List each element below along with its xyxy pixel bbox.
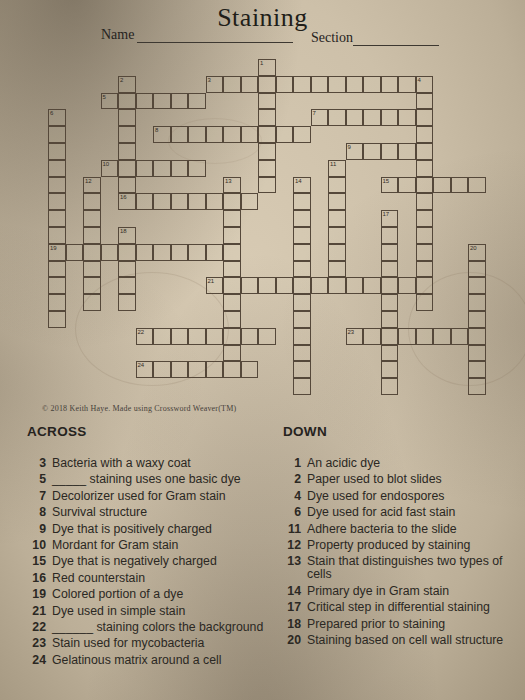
grid-cell-r1c10[interactable] [223, 76, 241, 93]
grid-cell-r6c6[interactable] [153, 160, 171, 177]
grid-cell-r13c18[interactable] [363, 277, 381, 294]
cell-number: 17 [383, 211, 390, 218]
grid-cell-r17c24[interactable] [468, 345, 486, 362]
grid-cell-r8c0[interactable] [48, 193, 66, 210]
grid-cell-r7c12[interactable] [258, 177, 276, 194]
section-label: Section [311, 30, 353, 46]
crossword-worksheet-photo: { "game": "crossword", "title": "Stainin… [0, 0, 525, 700]
grid-cell-r12c19[interactable] [381, 261, 399, 278]
grid-cell-r1c20[interactable] [398, 76, 416, 93]
down-clue-18: 18Prepared prior to staining [282, 618, 522, 631]
grid-cell-r4c13[interactable] [276, 126, 294, 143]
grid-cell-r7c24[interactable] [468, 177, 486, 194]
grid-cell-r18c19[interactable] [381, 361, 399, 378]
grid-cell-r8c5[interactable] [136, 193, 154, 210]
grid-cell-r7c14[interactable]: 14 [293, 177, 311, 194]
grid-cell-r11c2[interactable] [83, 244, 101, 261]
clue-number: 13 [282, 555, 301, 581]
grid-cell-r11c19[interactable] [381, 244, 399, 261]
grid-cell-r14c19[interactable] [381, 294, 399, 311]
grid-cell-r4c9[interactable] [206, 126, 224, 143]
clue-text: Dye used for endospores [307, 490, 522, 503]
grid-cell-r13c24[interactable] [468, 277, 486, 294]
down-clue-4: 4Dye used for endospores [282, 490, 522, 503]
grid-cell-r7c0[interactable] [48, 177, 66, 194]
grid-cell-r13c2[interactable] [83, 277, 101, 294]
grid-cell-r13c17[interactable] [346, 277, 364, 294]
grid-cell-r16c22[interactable] [433, 328, 451, 345]
grid-cell-r15c0[interactable] [48, 311, 66, 328]
clue-text: Paper used to blot slides [307, 473, 522, 486]
grid-cell-r13c11[interactable] [241, 277, 259, 294]
clue-number: 20 [282, 634, 301, 647]
grid-cell-r15c14[interactable] [293, 311, 311, 328]
grid-cell-r15c19[interactable] [381, 311, 399, 328]
grid-cell-r16c24[interactable] [468, 328, 486, 345]
clue-text: Property produced by staining [307, 539, 522, 552]
clue-text: Adhere bacteria to the slide [307, 523, 522, 536]
grid-cell-r4c21[interactable] [416, 126, 434, 143]
clue-number: 11 [282, 523, 301, 536]
grid-cell-r13c13[interactable] [276, 277, 294, 294]
grid-cell-r14c10[interactable] [223, 294, 241, 311]
across-header: ACROSS [27, 424, 87, 439]
grid-cell-r6c5[interactable] [136, 160, 154, 177]
grid-cell-r3c15[interactable]: 7 [311, 109, 329, 126]
grid-cell-r11c6[interactable] [153, 244, 171, 261]
grid-cell-r1c4[interactable]: 2 [118, 76, 136, 93]
grid-cell-r0c12[interactable]: 1 [258, 59, 276, 76]
grid-cell-r13c14[interactable] [293, 277, 311, 294]
grid-cell-r3c17[interactable] [346, 109, 364, 126]
across-clue-16: 16Red counterstain [27, 572, 281, 585]
clue-number: 21 [27, 605, 46, 618]
grid-cell-r16c6[interactable] [153, 328, 171, 345]
grid-cell-r9c10[interactable] [223, 210, 241, 227]
grid-cell-r9c16[interactable] [328, 210, 346, 227]
clue-text: Dye that is positively charged [52, 523, 281, 536]
cell-number: 23 [348, 329, 355, 336]
grid-cell-r8c14[interactable] [293, 193, 311, 210]
grid-cell-r12c4[interactable] [118, 261, 136, 278]
clue-number: 19 [27, 588, 46, 601]
down-clue-17: 17Critical step in differential staining [282, 601, 522, 614]
grid-cell-r12c0[interactable] [48, 261, 66, 278]
clue-number: 5 [27, 473, 46, 486]
across-clue-7: 7Decolorizer used for Gram stain [27, 490, 281, 503]
across-clue-19: 19Colored portion of a dye [27, 588, 281, 601]
clue-text: Staining based on cell wall structure [307, 634, 522, 647]
grid-cell-r7c21[interactable] [416, 177, 434, 194]
clue-number: 1 [282, 457, 301, 470]
grid-cell-r18c6[interactable] [153, 361, 171, 378]
grid-cell-r5c20[interactable] [398, 143, 416, 160]
grid-cell-r15c10[interactable] [223, 311, 241, 328]
copyright-line: © 2018 Keith Haye. Made using Crossword … [42, 404, 236, 413]
cell-number: 12 [85, 178, 92, 185]
grid-cell-r7c19[interactable]: 15 [381, 177, 399, 194]
grid-cell-r5c0[interactable] [48, 143, 66, 160]
grid-cell-r4c6[interactable]: 8 [153, 126, 171, 143]
grid-cell-r12c16[interactable] [328, 261, 346, 278]
name-blank-line[interactable] [137, 30, 293, 43]
grid-cell-r18c14[interactable] [293, 361, 311, 378]
crossword-grid: 123456789101112131415161718192021222324 [48, 59, 486, 395]
clue-number: 2 [282, 473, 301, 486]
grid-cell-r5c21[interactable] [416, 143, 434, 160]
grid-cell-r1c13[interactable] [276, 76, 294, 93]
grid-cell-r2c12[interactable] [258, 93, 276, 110]
across-clue-24: 24Gelatinous matrix around a cell [27, 654, 281, 667]
clue-number: 15 [27, 555, 46, 568]
cell-number: 15 [383, 178, 390, 185]
grid-cell-r16c19[interactable] [381, 328, 399, 345]
clue-text: Dye used for acid fast stain [307, 506, 522, 519]
clue-text: Decolorizer used for Gram stain [52, 490, 281, 503]
grid-cell-r8c10[interactable] [223, 193, 241, 210]
clue-number: 24 [27, 654, 46, 667]
grid-cell-r16c14[interactable] [293, 328, 311, 345]
grid-cell-r16c9[interactable] [206, 328, 224, 345]
grid-cell-r12c21[interactable] [416, 261, 434, 278]
grid-cell-r11c7[interactable] [171, 244, 189, 261]
grid-cell-r7c22[interactable] [433, 177, 451, 194]
grid-cell-r7c4[interactable] [118, 177, 136, 194]
grid-cell-r5c18[interactable] [363, 143, 381, 160]
grid-cell-r4c0[interactable] [48, 126, 66, 143]
clue-number: 9 [27, 523, 46, 536]
grid-cell-r7c20[interactable] [398, 177, 416, 194]
grid-cell-r18c7[interactable] [171, 361, 189, 378]
grid-cell-r3c18[interactable] [363, 109, 381, 126]
grid-cell-r1c17[interactable] [346, 76, 364, 93]
clue-number: 14 [282, 585, 301, 598]
grid-cell-r8c11[interactable] [241, 193, 259, 210]
grid-cell-r16c20[interactable] [398, 328, 416, 345]
across-clue-3: 3Bacteria with a waxy coat [27, 457, 281, 470]
clue-text: Red counterstain [52, 572, 281, 585]
grid-cell-r16c12[interactable] [258, 328, 276, 345]
grid-cell-r9c19[interactable]: 17 [381, 210, 399, 227]
clue-number: 22 [27, 621, 46, 634]
cell-number: 10 [103, 161, 110, 168]
grid-cell-r11c1[interactable] [66, 244, 84, 261]
cell-number: 20 [470, 245, 477, 252]
grid-cell-r10c0[interactable] [48, 227, 66, 244]
grid-cell-r6c21[interactable] [416, 160, 434, 177]
grid-cell-r2c5[interactable] [136, 93, 154, 110]
grid-cell-r4c8[interactable] [188, 126, 206, 143]
grid-cell-r8c21[interactable] [416, 193, 434, 210]
clue-number: 6 [282, 506, 301, 519]
grid-cell-r6c4[interactable] [118, 160, 136, 177]
grid-cell-r7c10[interactable]: 13 [223, 177, 241, 194]
across-clue-list: 3Bacteria with a waxy coat5_____ stainin… [27, 457, 281, 670]
down-header: DOWN [283, 424, 327, 439]
grid-cell-r14c4[interactable] [118, 294, 136, 311]
cell-number: 19 [50, 245, 57, 252]
grid-cell-r10c19[interactable] [381, 227, 399, 244]
grid-cell-r10c14[interactable] [293, 227, 311, 244]
grid-cell-r7c23[interactable] [451, 177, 469, 194]
grid-cell-r9c0[interactable] [48, 210, 66, 227]
grid-cell-r6c0[interactable] [48, 160, 66, 177]
grid-cell-r4c11[interactable] [241, 126, 259, 143]
grid-cell-r9c2[interactable] [83, 210, 101, 227]
grid-cell-r5c17[interactable]: 9 [346, 143, 364, 160]
grid-cell-r12c14[interactable] [293, 261, 311, 278]
grid-cell-r11c3[interactable] [101, 244, 119, 261]
grid-cell-r14c21[interactable] [416, 294, 434, 311]
clue-number: 7 [27, 490, 46, 503]
grid-cell-r11c9[interactable] [206, 244, 224, 261]
grid-cell-r1c19[interactable] [381, 76, 399, 93]
grid-cell-r1c9[interactable]: 3 [206, 76, 224, 93]
grid-cell-r3c4[interactable] [118, 109, 136, 126]
down-clue-2: 2Paper used to blot slides [282, 473, 522, 486]
grid-cell-r8c9[interactable] [206, 193, 224, 210]
cell-number: 22 [138, 329, 145, 336]
grid-cell-r10c4[interactable]: 18 [118, 227, 136, 244]
grid-cell-r13c20[interactable] [398, 277, 416, 294]
grid-cell-r4c12[interactable] [258, 126, 276, 143]
grid-cell-r3c19[interactable] [381, 109, 399, 126]
grid-cell-r17c14[interactable] [293, 345, 311, 362]
clue-text: Survival structure [52, 506, 281, 519]
grid-cell-r2c3[interactable]: 5 [101, 93, 119, 110]
grid-cell-r5c19[interactable] [381, 143, 399, 160]
grid-cell-r6c12[interactable] [258, 160, 276, 177]
grid-cell-r10c16[interactable] [328, 227, 346, 244]
grid-cell-r16c7[interactable] [171, 328, 189, 345]
grid-cell-r13c19[interactable] [381, 277, 399, 294]
grid-cell-r11c24[interactable]: 20 [468, 244, 486, 261]
clue-number: 16 [27, 572, 46, 585]
grid-cell-r13c12[interactable] [258, 277, 276, 294]
grid-cell-r8c7[interactable] [171, 193, 189, 210]
cell-number: 16 [120, 194, 127, 201]
grid-cell-r11c0[interactable]: 19 [48, 244, 66, 261]
grid-cell-r1c16[interactable] [328, 76, 346, 93]
grid-cell-r2c21[interactable] [416, 93, 434, 110]
grid-cell-r1c15[interactable] [311, 76, 329, 93]
clue-number: 18 [282, 618, 301, 631]
clue-number: 23 [27, 637, 46, 650]
grid-cell-r3c16[interactable] [328, 109, 346, 126]
cell-number: 14 [295, 178, 302, 185]
cell-number: 6 [50, 110, 53, 117]
clue-text: Stain used for mycobacteria [52, 637, 281, 650]
grid-cell-r6c8[interactable] [188, 160, 206, 177]
grid-cell-r13c16[interactable] [328, 277, 346, 294]
grid-cell-r17c10[interactable] [223, 345, 241, 362]
across-clue-22: 22______ staining colors the background [27, 621, 281, 634]
grid-cell-r19c19[interactable] [381, 378, 399, 395]
grid-cell-r16c23[interactable] [451, 328, 469, 345]
cell-number: 4 [418, 77, 421, 84]
grid-cell-r7c2[interactable]: 12 [83, 177, 101, 194]
grid-cell-r4c14[interactable] [293, 126, 311, 143]
grid-cell-r3c0[interactable]: 6 [48, 109, 66, 126]
grid-cell-r1c11[interactable] [241, 76, 259, 93]
down-clue-14: 14Primary dye in Gram stain [282, 585, 522, 598]
cell-number: 8 [155, 127, 158, 134]
grid-cell-r9c14[interactable] [293, 210, 311, 227]
cell-number: 24 [138, 362, 145, 369]
grid-cell-r7c16[interactable] [328, 177, 346, 194]
grid-cell-r5c12[interactable] [258, 143, 276, 160]
grid-cell-r3c21[interactable] [416, 109, 434, 126]
grid-cell-r1c18[interactable] [363, 76, 381, 93]
grid-cell-r19c24[interactable] [468, 378, 486, 395]
clue-number: 3 [27, 457, 46, 470]
clue-number: 8 [27, 506, 46, 519]
grid-cell-r8c16[interactable] [328, 193, 346, 210]
cell-number: 5 [103, 94, 106, 101]
down-clue-6: 6Dye used for acid fast stain [282, 506, 522, 519]
cell-number: 9 [348, 144, 351, 151]
grid-cell-r8c4[interactable]: 16 [118, 193, 136, 210]
clue-text: Dye that is negatively charged [52, 555, 281, 568]
grid-cell-r11c4[interactable] [118, 244, 136, 261]
grid-cell-r9c21[interactable] [416, 210, 434, 227]
cell-number: 1 [260, 60, 263, 67]
grid-cell-r2c8[interactable] [188, 93, 206, 110]
grid-cell-r14c2[interactable] [83, 294, 101, 311]
clue-number: 4 [282, 490, 301, 503]
cell-number: 11 [330, 161, 336, 168]
grid-cell-r10c21[interactable] [416, 227, 434, 244]
clue-text: Gelatinous matrix around a cell [52, 654, 281, 667]
clue-text: Critical step in differential staining [307, 601, 522, 614]
cell-number: 7 [313, 110, 316, 117]
clue-number: 12 [282, 539, 301, 552]
across-clue-5: 5_____ staining uses one basic dye [27, 473, 281, 486]
clue-text: Dye used in simple stain [52, 605, 281, 618]
clue-text: Mordant for Gram stain [52, 539, 281, 552]
grid-cell-r18c11[interactable] [241, 361, 259, 378]
grid-cell-r1c12[interactable] [258, 76, 276, 93]
grid-cell-r11c21[interactable] [416, 244, 434, 261]
down-clue-1: 1An acidic dye [282, 457, 522, 470]
grid-cell-r6c16[interactable]: 11 [328, 160, 346, 177]
clue-text: Stain that distinguishes two types of ce… [307, 555, 522, 581]
grid-cell-r18c24[interactable] [468, 361, 486, 378]
across-clue-10: 10Mordant for Gram stain [27, 539, 281, 552]
clue-text: ______ staining colors the background [52, 621, 281, 634]
grid-cell-r18c8[interactable] [188, 361, 206, 378]
grid-cell-r16c8[interactable] [188, 328, 206, 345]
cell-number: 2 [120, 77, 123, 84]
grid-cell-r1c21[interactable]: 4 [416, 76, 434, 93]
grid-cell-r16c11[interactable] [241, 328, 259, 345]
grid-cell-r13c15[interactable] [311, 277, 329, 294]
grid-cell-r4c4[interactable] [118, 126, 136, 143]
clue-text: Primary dye in Gram stain [307, 585, 522, 598]
grid-cell-r13c21[interactable] [416, 277, 434, 294]
down-clue-11: 11Adhere bacteria to the slide [282, 523, 522, 536]
clue-number: 10 [27, 539, 46, 552]
cell-number: 3 [208, 77, 211, 84]
down-clue-13: 13Stain that distinguishes two types of … [282, 555, 522, 581]
grid-cell-r12c2[interactable] [83, 261, 101, 278]
across-clue-15: 15Dye that is negatively charged [27, 555, 281, 568]
grid-cell-r16c18[interactable] [363, 328, 381, 345]
grid-cell-r17c19[interactable] [381, 345, 399, 362]
across-clue-9: 9Dye that is positively charged [27, 523, 281, 536]
down-clue-20: 20Staining based on cell wall structure [282, 634, 522, 647]
cell-number: 21 [208, 278, 215, 285]
grid-cell-r18c10[interactable] [223, 361, 241, 378]
grid-cell-r15c24[interactable] [468, 311, 486, 328]
clue-text: Prepared prior to staining [307, 618, 522, 631]
clue-text: An acidic dye [307, 457, 522, 470]
grid-cell-r14c0[interactable] [48, 294, 66, 311]
name-label: Name [101, 27, 134, 43]
grid-cell-r11c5[interactable] [136, 244, 154, 261]
grid-cell-r3c20[interactable] [398, 109, 416, 126]
grid-cell-r12c24[interactable] [468, 261, 486, 278]
grid-cell-r5c4[interactable] [118, 143, 136, 160]
grid-cell-r19c14[interactable] [293, 378, 311, 395]
page-title: Staining [0, 3, 525, 33]
grid-cell-r6c3[interactable]: 10 [101, 160, 119, 177]
grid-cell-r11c16[interactable] [328, 244, 346, 261]
grid-cell-r10c10[interactable] [223, 227, 241, 244]
grid-cell-r14c24[interactable] [468, 294, 486, 311]
grid-cell-r3c12[interactable] [258, 109, 276, 126]
grid-cell-r8c8[interactable] [188, 193, 206, 210]
clue-number: 17 [282, 601, 301, 614]
grid-cell-r13c4[interactable] [118, 277, 136, 294]
cell-number: 13 [225, 178, 232, 185]
grid-cell-r2c4[interactable] [118, 93, 136, 110]
section-blank-line[interactable] [353, 33, 439, 46]
grid-cell-r16c10[interactable] [223, 328, 241, 345]
grid-cell-r8c6[interactable] [153, 193, 171, 210]
grid-cell-r18c9[interactable] [206, 361, 224, 378]
across-clue-21: 21Dye used in simple stain [27, 605, 281, 618]
grid-cell-r11c14[interactable] [293, 244, 311, 261]
grid-cell-r16c17[interactable]: 23 [346, 328, 364, 345]
grid-cell-r13c0[interactable] [48, 277, 66, 294]
grid-cell-r11c8[interactable] [188, 244, 206, 261]
clue-text: _____ staining uses one basic dye [52, 473, 281, 486]
grid-cell-r2c6[interactable] [153, 93, 171, 110]
grid-cell-r10c2[interactable] [83, 227, 101, 244]
across-clue-23: 23Stain used for mycobacteria [27, 637, 281, 650]
down-clue-list: 1An acidic dye2Paper used to blot slides… [282, 457, 522, 650]
grid-cell-r13c10[interactable] [223, 277, 241, 294]
grid-cell-r4c10[interactable] [223, 126, 241, 143]
grid-cell-r6c7[interactable] [171, 160, 189, 177]
grid-cell-r8c2[interactable] [83, 193, 101, 210]
down-clue-12: 12Property produced by staining [282, 539, 522, 552]
clue-text: Bacteria with a waxy coat [52, 457, 281, 470]
grid-cell-r18c5[interactable]: 24 [136, 361, 154, 378]
grid-cell-r16c21[interactable] [416, 328, 434, 345]
clue-text: Colored portion of a dye [52, 588, 281, 601]
grid-cell-r1c14[interactable] [293, 76, 311, 93]
grid-cell-r11c10[interactable] [223, 244, 241, 261]
grid-cell-r2c7[interactable] [171, 93, 189, 110]
grid-cell-r12c10[interactable] [223, 261, 241, 278]
across-clue-8: 8Survival structure [27, 506, 281, 519]
grid-cell-r14c14[interactable] [293, 294, 311, 311]
grid-cell-r16c5[interactable]: 22 [136, 328, 154, 345]
grid-cell-r4c7[interactable] [171, 126, 189, 143]
grid-cell-r13c9[interactable]: 21 [206, 277, 224, 294]
